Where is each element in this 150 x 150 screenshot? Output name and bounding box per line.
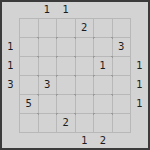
towers-puzzle-window: 11 113 111 12 231352 <box>0 0 150 150</box>
cell-r0c4[interactable] <box>94 19 112 37</box>
cell-r3c3[interactable] <box>76 76 94 94</box>
cell-r3c2[interactable] <box>57 76 75 94</box>
clue-top-2: 1 <box>56 2 75 18</box>
cell-r5c5[interactable] <box>113 114 131 132</box>
cell-r0c2[interactable] <box>57 19 75 37</box>
clue-right-1 <box>131 37 148 56</box>
cell-r0c0[interactable] <box>20 19 38 37</box>
clue-left-3: 3 <box>2 75 19 94</box>
clue-right-4: 1 <box>131 95 148 114</box>
bottom-clue-strip: 12 <box>19 133 131 148</box>
cell-r0c3[interactable]: 2 <box>76 19 94 37</box>
cell-r5c3[interactable] <box>76 114 94 132</box>
clue-left-5 <box>2 114 19 133</box>
cell-r3c4[interactable] <box>94 76 112 94</box>
cell-r0c5[interactable] <box>113 19 131 37</box>
clue-bottom-1 <box>38 133 57 148</box>
cell-r4c2[interactable] <box>57 95 75 113</box>
clue-bottom-3: 1 <box>75 133 94 148</box>
towers-grid[interactable]: 231352 <box>19 18 131 133</box>
cell-r4c3[interactable] <box>76 95 94 113</box>
right-clue-strip: 111 <box>131 18 148 133</box>
cell-r5c1[interactable] <box>39 114 57 132</box>
cell-r4c5[interactable] <box>113 95 131 113</box>
clue-left-4 <box>2 95 19 114</box>
cell-r5c2[interactable]: 2 <box>57 114 75 132</box>
clue-right-5 <box>131 114 148 133</box>
cell-r1c4[interactable] <box>94 38 112 56</box>
cell-r4c1[interactable] <box>39 95 57 113</box>
cell-r3c0[interactable] <box>20 76 38 94</box>
top-clue-strip: 11 <box>19 2 131 18</box>
cell-r5c0[interactable] <box>20 114 38 132</box>
clue-top-3 <box>75 2 94 18</box>
cell-r2c3[interactable] <box>76 57 94 75</box>
cell-r1c5[interactable]: 3 <box>113 38 131 56</box>
cell-r2c1[interactable] <box>39 57 57 75</box>
cell-r4c4[interactable] <box>94 95 112 113</box>
clue-right-2: 1 <box>131 56 148 75</box>
cell-r4c0[interactable]: 5 <box>20 95 38 113</box>
clue-top-1: 1 <box>38 2 57 18</box>
clue-left-2: 1 <box>2 56 19 75</box>
clue-top-5 <box>112 2 131 18</box>
cell-r1c1[interactable] <box>39 38 57 56</box>
clue-left-0 <box>2 18 19 37</box>
cell-r1c3[interactable] <box>76 38 94 56</box>
clue-bottom-5 <box>112 133 131 148</box>
cell-r2c5[interactable] <box>113 57 131 75</box>
cell-r2c0[interactable] <box>20 57 38 75</box>
clue-bottom-0 <box>19 133 38 148</box>
clue-top-0 <box>19 2 38 18</box>
cell-r2c2[interactable] <box>57 57 75 75</box>
left-clue-strip: 113 <box>2 18 19 133</box>
cell-r2c4[interactable]: 1 <box>94 57 112 75</box>
clue-left-1: 1 <box>2 37 19 56</box>
clue-right-3: 1 <box>131 75 148 94</box>
clue-bottom-4: 2 <box>94 133 113 148</box>
cell-r5c4[interactable] <box>94 114 112 132</box>
cell-r3c1[interactable]: 3 <box>39 76 57 94</box>
cell-r0c1[interactable] <box>39 19 57 37</box>
cell-r1c2[interactable] <box>57 38 75 56</box>
clue-top-4 <box>94 2 113 18</box>
cell-r1c0[interactable] <box>20 38 38 56</box>
cell-r3c5[interactable] <box>113 76 131 94</box>
clue-bottom-2 <box>56 133 75 148</box>
clue-right-0 <box>131 18 148 37</box>
